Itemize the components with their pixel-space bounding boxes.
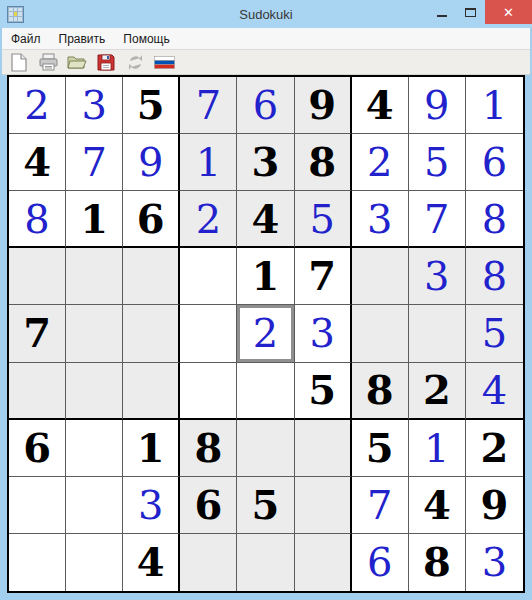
- sudoku-cell-r5c7[interactable]: [352, 305, 409, 362]
- sudoku-cell-r5c8[interactable]: [409, 305, 466, 362]
- sudoku-cell-r9c2[interactable]: [66, 534, 123, 591]
- titlebar: Sudokuki ✕: [0, 0, 532, 28]
- sudoku-cell-r5c3[interactable]: [123, 305, 180, 362]
- sudoku-cell-r6c5[interactable]: [237, 363, 294, 420]
- sudoku-cell-r1c7[interactable]: 4: [352, 77, 409, 134]
- sudoku-cell-r4c1[interactable]: [9, 248, 66, 305]
- sudoku-cell-r2c7[interactable]: 2: [352, 134, 409, 191]
- sudoku-cell-r1c4[interactable]: 7: [180, 77, 237, 134]
- sudoku-cell-r8c4[interactable]: 6: [180, 477, 237, 534]
- sudoku-cell-r1c2[interactable]: 3: [66, 77, 123, 134]
- sudoku-cell-r6c7[interactable]: 8: [352, 363, 409, 420]
- open-folder-button[interactable]: [66, 52, 88, 73]
- sudoku-cell-r1c1[interactable]: 2: [9, 77, 66, 134]
- sudoku-cell-r6c3[interactable]: [123, 363, 180, 420]
- save-button[interactable]: [95, 52, 117, 73]
- sudoku-cell-r3c1[interactable]: 8: [9, 191, 66, 248]
- sudoku-cell-r3c4[interactable]: 2: [180, 191, 237, 248]
- sudoku-cell-r6c9[interactable]: 4: [466, 363, 523, 420]
- sudoku-cell-r4c9[interactable]: 8: [466, 248, 523, 305]
- sudoku-cell-r8c6[interactable]: [295, 477, 352, 534]
- sudoku-cell-r7c8[interactable]: 1: [409, 420, 466, 477]
- new-document-icon: [11, 53, 27, 72]
- sudoku-cell-r3c9[interactable]: 8: [466, 191, 523, 248]
- sudoku-cell-r5c2[interactable]: [66, 305, 123, 362]
- sudoku-cell-r5c5[interactable]: 2: [237, 305, 294, 362]
- sudoku-cell-r7c9[interactable]: 2: [466, 420, 523, 477]
- sudoku-cell-r3c6[interactable]: 5: [295, 191, 352, 248]
- sudoku-cell-r6c4[interactable]: [180, 363, 237, 420]
- language-button[interactable]: [153, 52, 175, 73]
- sudoku-cell-r1c3[interactable]: 5: [123, 77, 180, 134]
- sudoku-cell-r8c9[interactable]: 9: [466, 477, 523, 534]
- sudoku-cell-r9c7[interactable]: 6: [352, 534, 409, 591]
- sudoku-cell-r6c2[interactable]: [66, 363, 123, 420]
- sudoku-cell-r6c1[interactable]: [9, 363, 66, 420]
- sudoku-cell-r2c6[interactable]: 8: [295, 134, 352, 191]
- sudoku-cell-r7c5[interactable]: [237, 420, 294, 477]
- sudoku-cell-r4c3[interactable]: [123, 248, 180, 305]
- sudoku-cell-r7c7[interactable]: 5: [352, 420, 409, 477]
- sudoku-cell-r7c1[interactable]: 6: [9, 420, 66, 477]
- sudoku-cell-r9c6[interactable]: [295, 534, 352, 591]
- open-folder-icon: [67, 54, 87, 70]
- sudoku-cell-r2c5[interactable]: 3: [237, 134, 294, 191]
- menu-item-file[interactable]: Файл: [2, 29, 50, 49]
- sudoku-cell-r8c8[interactable]: 4: [409, 477, 466, 534]
- sudoku-cell-r8c1[interactable]: [9, 477, 66, 534]
- refresh-button[interactable]: [124, 52, 146, 73]
- save-icon: [97, 53, 115, 71]
- sudoku-cell-r4c2[interactable]: [66, 248, 123, 305]
- close-icon: ✕: [503, 5, 514, 20]
- sudoku-cell-r3c3[interactable]: 6: [123, 191, 180, 248]
- close-button[interactable]: ✕: [485, 0, 532, 24]
- sudoku-cell-r8c2[interactable]: [66, 477, 123, 534]
- maximize-button[interactable]: [456, 0, 485, 24]
- print-button[interactable]: [37, 52, 59, 73]
- sudoku-cell-r2c9[interactable]: 6: [466, 134, 523, 191]
- sudoku-cell-r2c1[interactable]: 4: [9, 134, 66, 191]
- sudoku-cell-r4c4[interactable]: [180, 248, 237, 305]
- menubar: Файл Править Помощь: [2, 28, 530, 50]
- sudoku-cell-r1c9[interactable]: 1: [466, 77, 523, 134]
- board-area: 2357694914791382568162453781738723558246…: [7, 75, 525, 593]
- sudoku-cell-r5c6[interactable]: 3: [295, 305, 352, 362]
- sudoku-cell-r5c1[interactable]: 7: [9, 305, 66, 362]
- sudoku-cell-r1c8[interactable]: 9: [409, 77, 466, 134]
- sudoku-cell-r6c8[interactable]: 2: [409, 363, 466, 420]
- window-controls: ✕: [427, 0, 532, 24]
- minimize-button[interactable]: [427, 0, 456, 24]
- sudoku-cell-r9c5[interactable]: [237, 534, 294, 591]
- sudoku-cell-r5c9[interactable]: 5: [466, 305, 523, 362]
- sudoku-cell-r3c8[interactable]: 7: [409, 191, 466, 248]
- sudoku-cell-r3c5[interactable]: 4: [237, 191, 294, 248]
- sudoku-cell-r9c9[interactable]: 3: [466, 534, 523, 591]
- sudoku-cell-r9c8[interactable]: 8: [409, 534, 466, 591]
- toolbar: [2, 50, 530, 75]
- sudoku-cell-r7c2[interactable]: [66, 420, 123, 477]
- sudoku-cell-r9c1[interactable]: [9, 534, 66, 591]
- sudoku-cell-r7c6[interactable]: [295, 420, 352, 477]
- sudoku-cell-r8c7[interactable]: 7: [352, 477, 409, 534]
- new-document-button[interactable]: [8, 52, 30, 73]
- sudoku-cell-r2c4[interactable]: 1: [180, 134, 237, 191]
- menu-item-edit[interactable]: Править: [50, 29, 115, 49]
- app-icon: [7, 6, 24, 23]
- minimize-icon: [437, 15, 447, 17]
- sudoku-cell-r2c8[interactable]: 5: [409, 134, 466, 191]
- sudoku-cell-r4c6[interactable]: 7: [295, 248, 352, 305]
- sudoku-cell-r6c6[interactable]: 5: [295, 363, 352, 420]
- sudoku-cell-r8c5[interactable]: 5: [237, 477, 294, 534]
- sudoku-cell-r9c4[interactable]: [180, 534, 237, 591]
- sudoku-cell-r3c2[interactable]: 1: [66, 191, 123, 248]
- sudoku-cell-r2c3[interactable]: 9: [123, 134, 180, 191]
- sudoku-cell-r7c4[interactable]: 8: [180, 420, 237, 477]
- sudoku-cell-r4c8[interactable]: 3: [409, 248, 466, 305]
- menu-item-help[interactable]: Помощь: [114, 29, 178, 49]
- sudoku-cell-r5c4[interactable]: [180, 305, 237, 362]
- maximize-icon: [465, 8, 476, 17]
- sudoku-cell-r9c3[interactable]: 4: [123, 534, 180, 591]
- sudoku-cell-r2c2[interactable]: 7: [66, 134, 123, 191]
- sudoku-cell-r8c3[interactable]: 3: [123, 477, 180, 534]
- sudoku-cell-r3c7[interactable]: 3: [352, 191, 409, 248]
- sudoku-cell-r1c6[interactable]: 9: [295, 77, 352, 134]
- russian-flag-icon: [154, 56, 175, 69]
- sudoku-cell-r4c5[interactable]: 1: [237, 248, 294, 305]
- sudoku-cell-r4c7[interactable]: [352, 248, 409, 305]
- sudoku-cell-r1c5[interactable]: 6: [237, 77, 294, 134]
- sudoku-grid: 2357694914791382568162453781738723558246…: [7, 75, 525, 593]
- print-icon: [39, 53, 58, 71]
- sudoku-cell-r7c3[interactable]: 1: [123, 420, 180, 477]
- refresh-icon: [126, 54, 145, 71]
- app-window: Sudokuki ✕ Файл Править Помощь: [0, 0, 532, 600]
